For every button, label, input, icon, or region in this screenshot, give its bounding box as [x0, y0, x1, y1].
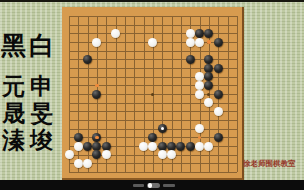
stone-black-D10: [92, 90, 101, 99]
stone-white-A3: [65, 150, 74, 159]
stone-white-L3: [158, 150, 167, 159]
stone-black-N4: [176, 142, 185, 151]
stone-white-E3: [102, 150, 111, 159]
annotation-dot-D11: [95, 84, 99, 88]
stone-black-B5: [74, 133, 83, 142]
stone-white-Q9: [204, 98, 213, 107]
white-player-name-char: 埈: [30, 128, 53, 151]
stone-black-Q13: [204, 64, 213, 73]
stone-white-R8: [214, 107, 223, 116]
stone-black-C14: [83, 55, 92, 64]
danmaku-toggle-icon[interactable]: [147, 183, 160, 189]
stone-white-P11: [195, 81, 204, 90]
stone-white-F17: [111, 29, 120, 38]
stone-white-B4: [74, 142, 83, 151]
stone-black-Q14: [204, 55, 213, 64]
stone-white-P4: [195, 142, 204, 151]
stone-black-O4: [186, 142, 195, 151]
stone-black-R10: [214, 90, 223, 99]
timestamp-text: [133, 184, 144, 187]
stone-black-E4: [102, 142, 111, 151]
stone-black-K5: [148, 133, 157, 142]
stone-black-Q12: [204, 72, 213, 81]
stone-white-P6: [195, 124, 204, 133]
white-player-name-char: 旻: [30, 101, 53, 124]
black-player-name-char: 晟: [2, 101, 25, 124]
stone-black-D3: [92, 150, 101, 159]
stone-white-O17: [186, 29, 195, 38]
stone-white-P10: [195, 90, 204, 99]
letterbox-line: [0, 0, 304, 2]
grid-line-horizontal: [69, 111, 237, 112]
stone-black-O14: [186, 55, 195, 64]
annotation-dot-D5: [95, 136, 99, 140]
stone-white-J4: [139, 142, 148, 151]
stone-white-P16: [195, 38, 204, 47]
stone-black-Q17: [204, 29, 213, 38]
stone-white-Q4: [204, 142, 213, 151]
stone-black-C4: [83, 142, 92, 151]
grid-line-vertical: [228, 16, 229, 172]
stone-black-Q11: [204, 81, 213, 90]
grid-line-horizontal: [69, 129, 237, 130]
grid-line-vertical: [237, 16, 238, 172]
stone-white-O16: [186, 38, 195, 47]
stone-white-B2: [74, 159, 83, 168]
grid-line-horizontal: [69, 120, 237, 121]
white-color-label: 白: [29, 33, 54, 58]
stone-white-M3: [167, 150, 176, 159]
black-color-label: 黑: [1, 33, 26, 58]
black-player-name-char: 溱: [2, 128, 25, 151]
annotation-dot-Q16: [207, 40, 211, 44]
stone-black-M4: [167, 142, 176, 151]
stone-black-R16: [214, 38, 223, 47]
go-board: [62, 7, 244, 180]
stone-black-R5: [214, 133, 223, 142]
annotation-dot-P5: [198, 136, 202, 140]
stone-black-D4: [92, 142, 101, 151]
stone-white-P12: [195, 72, 204, 81]
toggle-knob: [148, 183, 153, 188]
stone-white-K16: [148, 38, 157, 47]
grid-line-horizontal: [69, 163, 237, 164]
playback-rate-text: [163, 184, 175, 187]
white-player-name-char: 申: [30, 74, 53, 97]
stone-black-L4: [158, 142, 167, 151]
stone-black-R13: [214, 64, 223, 73]
stone-white-C2: [83, 159, 92, 168]
video-control-bar[interactable]: [0, 180, 304, 190]
black-player-name-char: 元: [2, 74, 25, 97]
video-frame: 黑元晟溱白申旻埈 徐老师围棋教室: [0, 0, 304, 190]
watermark-text: 徐老师围棋教室: [243, 159, 303, 169]
grid-line-horizontal: [69, 172, 237, 173]
stone-white-K4: [148, 142, 157, 151]
stone-black-P17: [195, 29, 204, 38]
stone-white-D16: [92, 38, 101, 47]
